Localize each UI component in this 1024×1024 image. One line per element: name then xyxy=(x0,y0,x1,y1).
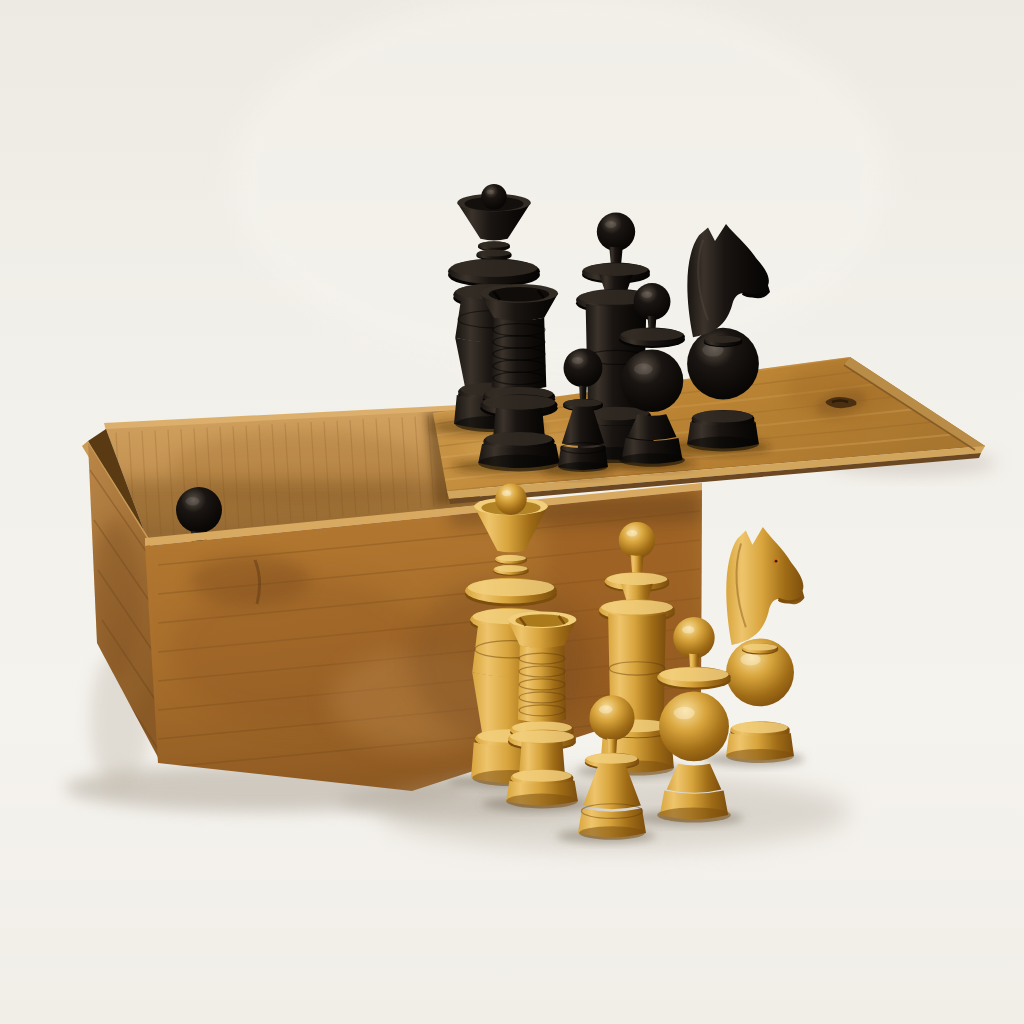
backdrop-light-patch xyxy=(230,0,890,370)
scene-svg xyxy=(0,0,1024,1024)
chess-set-photo xyxy=(0,0,1024,1024)
